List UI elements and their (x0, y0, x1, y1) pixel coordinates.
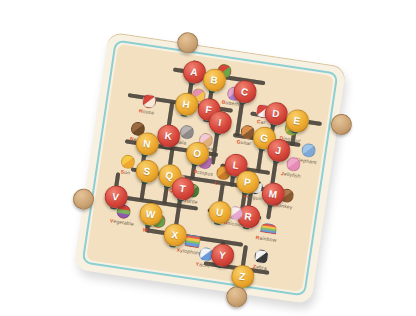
bead-letter: D (271, 107, 280, 119)
bead-letter: I (218, 116, 222, 127)
word-rest: egetable (113, 218, 134, 227)
bead-letter: E (293, 114, 301, 126)
bead-letter: N (143, 137, 152, 149)
bead-letter: L (232, 159, 240, 171)
wooden-knob (71, 187, 95, 211)
word-label-y: Yacht (195, 261, 209, 268)
word-label-o: Octopus (193, 169, 214, 177)
wooden-knob (329, 112, 353, 136)
bead-letter: W (145, 208, 156, 220)
word-rest: ouse (142, 108, 154, 116)
bead-letter: Y (218, 249, 226, 261)
rainbow-icon (260, 222, 277, 234)
bead-letter: C (240, 85, 249, 97)
word-rest: lephant (299, 157, 318, 166)
word-label-l: Lion (214, 180, 225, 187)
house-icon (141, 93, 157, 109)
bead-letter: T (179, 182, 187, 194)
elephant-icon (301, 142, 317, 158)
bead-letter: K (164, 130, 173, 142)
bead-letter: P (243, 176, 251, 188)
bead-letter: R (244, 210, 253, 222)
alphabet-maze-board: AppleAButterflyBCarCDinosaurDElephantEFl… (74, 32, 347, 305)
word-rest: acht (199, 261, 210, 268)
word-rest: ainbow (259, 235, 277, 243)
bead-letter: J (275, 144, 282, 156)
bead-letter: M (268, 188, 278, 200)
bead-letter: O (192, 147, 201, 159)
bead-letter: S (143, 165, 151, 177)
bead-letter: G (259, 132, 268, 144)
bead-letter: B (210, 74, 219, 86)
word-label-v: Vegetable (110, 218, 135, 227)
bead-letter: X (171, 229, 179, 241)
product-photo-background: AppleAButterflyBCarCDinosaurDElephantEFl… (0, 0, 416, 316)
word-rest: uitar (240, 139, 252, 147)
word-label-p: Penguin (243, 194, 263, 202)
word-label-c: Car (257, 119, 266, 125)
bead-letter: A (190, 66, 199, 78)
bead-s[interactable]: S (134, 158, 160, 184)
word-label-g: Guitar (236, 139, 251, 146)
word-label-j: Jellyfish (281, 171, 301, 179)
bead-letter: Q (165, 169, 174, 181)
word-rest: ctopus (197, 169, 214, 177)
wooden-knob (175, 30, 199, 54)
word-label-h: House (139, 108, 155, 115)
zebra-icon (254, 249, 270, 265)
bead-letter: V (112, 190, 120, 202)
xylophone-icon (184, 234, 201, 248)
bead-letter: H (182, 98, 191, 110)
word-rest: ellyfish (284, 171, 302, 179)
word-rest: un (124, 169, 131, 176)
bead-letter: Z (239, 270, 247, 282)
word-rest: nicorn (227, 220, 243, 228)
bead-letter: U (215, 206, 224, 218)
word-label-r: Rainbow (255, 235, 276, 243)
koala-icon (179, 124, 195, 140)
word-rest: ion (217, 180, 225, 187)
maze-content: AppleAButterflyBCarCDinosaurDElephantEFl… (74, 32, 347, 305)
word-label-s: Sun (120, 169, 130, 175)
